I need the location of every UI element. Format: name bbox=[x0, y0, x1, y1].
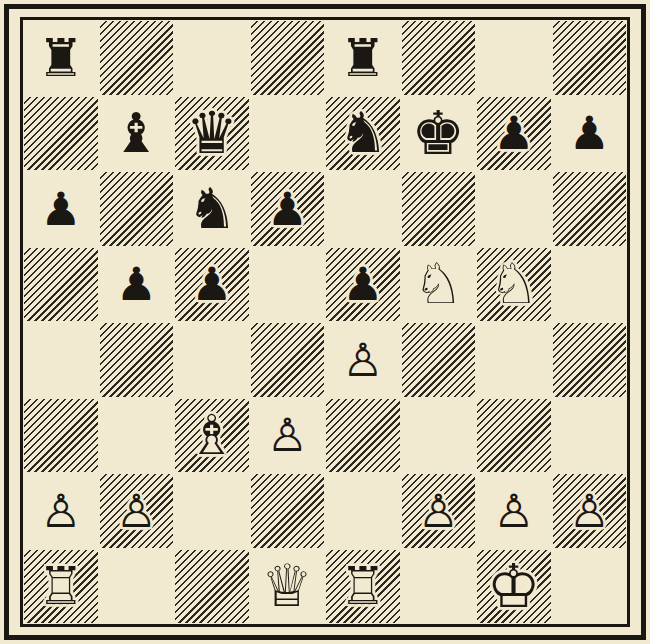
piece-black-pawn-e5: ♟ bbox=[325, 247, 401, 323]
square-d8 bbox=[250, 20, 326, 96]
square-g5: ♞♘ bbox=[476, 247, 552, 323]
piece-black-rook-a8: ♜ bbox=[23, 20, 99, 96]
piece-black-pawn-a6: ♟ bbox=[23, 171, 99, 247]
square-g3 bbox=[476, 398, 552, 474]
square-h2: ♟♙ bbox=[552, 473, 628, 549]
square-e2 bbox=[325, 473, 401, 549]
piece-white-rook-e1: ♖ bbox=[325, 549, 401, 625]
square-c3: ♝♗ bbox=[174, 398, 250, 474]
piece-black-knight-c6: ♞ bbox=[174, 171, 250, 247]
piece-black-pawn-h7: ♟ bbox=[552, 96, 628, 172]
square-h1 bbox=[552, 549, 628, 625]
piece-white-king-g1: ♔ bbox=[476, 549, 552, 625]
square-h5 bbox=[552, 247, 628, 323]
square-d4 bbox=[250, 322, 326, 398]
piece-white-rook-a1: ♖ bbox=[23, 549, 99, 625]
piece-black-knight-e7: ♞ bbox=[325, 96, 401, 172]
square-c1 bbox=[174, 549, 250, 625]
square-b8 bbox=[99, 20, 175, 96]
square-a6: ♟ bbox=[23, 171, 99, 247]
square-d2 bbox=[250, 473, 326, 549]
square-a5 bbox=[23, 247, 99, 323]
piece-white-pawn-b2: ♙ bbox=[99, 473, 175, 549]
piece-white-pawn-e4: ♙ bbox=[325, 322, 401, 398]
square-e1: ♜♖ bbox=[325, 549, 401, 625]
piece-white-pawn-d3: ♙ bbox=[250, 398, 326, 474]
square-b2: ♟♙ bbox=[99, 473, 175, 549]
square-d7 bbox=[250, 96, 326, 172]
square-c2 bbox=[174, 473, 250, 549]
square-c4 bbox=[174, 322, 250, 398]
piece-white-pawn-f2: ♙ bbox=[401, 473, 477, 549]
square-e4: ♟♙ bbox=[325, 322, 401, 398]
piece-white-pawn-g2: ♙ bbox=[476, 473, 552, 549]
piece-white-knight-f5: ♘ bbox=[401, 247, 477, 323]
square-g6 bbox=[476, 171, 552, 247]
square-g4 bbox=[476, 322, 552, 398]
square-e5: ♟ bbox=[325, 247, 401, 323]
square-d6: ♟ bbox=[250, 171, 326, 247]
square-a3 bbox=[23, 398, 99, 474]
piece-white-pawn-h2: ♙ bbox=[552, 473, 628, 549]
piece-black-pawn-d6: ♟ bbox=[250, 171, 326, 247]
square-d1: ♛♕ bbox=[250, 549, 326, 625]
square-b1 bbox=[99, 549, 175, 625]
square-f1 bbox=[401, 549, 477, 625]
piece-black-pawn-b5: ♟ bbox=[99, 247, 175, 323]
square-f5: ♞♘ bbox=[401, 247, 477, 323]
square-g1: ♚♔ bbox=[476, 549, 552, 625]
square-c5: ♟ bbox=[174, 247, 250, 323]
square-c8 bbox=[174, 20, 250, 96]
piece-white-bishop-c3: ♗ bbox=[174, 398, 250, 474]
square-h6 bbox=[552, 171, 628, 247]
square-b6 bbox=[99, 171, 175, 247]
square-h4 bbox=[552, 322, 628, 398]
piece-black-rook-e8: ♜ bbox=[325, 20, 401, 96]
chess-board: ♜♜♝♛♞♚♟♟♟♞♟♟♟♟♞♘♞♘♟♙♝♗♟♙♟♙♟♙♟♙♟♙♟♙♜♖♛♕♜♖… bbox=[20, 17, 630, 627]
piece-black-king-f7: ♚ bbox=[401, 96, 477, 172]
piece-black-pawn-g7: ♟ bbox=[476, 96, 552, 172]
chess-diagram-page: ♜♜♝♛♞♚♟♟♟♞♟♟♟♟♞♘♞♘♟♙♝♗♟♙♟♙♟♙♟♙♟♙♟♙♜♖♛♕♜♖… bbox=[0, 0, 650, 644]
square-g8 bbox=[476, 20, 552, 96]
square-f4 bbox=[401, 322, 477, 398]
square-h7: ♟ bbox=[552, 96, 628, 172]
square-a2: ♟♙ bbox=[23, 473, 99, 549]
square-b3 bbox=[99, 398, 175, 474]
square-a4 bbox=[23, 322, 99, 398]
square-g2: ♟♙ bbox=[476, 473, 552, 549]
square-d3: ♟♙ bbox=[250, 398, 326, 474]
square-b4 bbox=[99, 322, 175, 398]
piece-white-pawn-a2: ♙ bbox=[23, 473, 99, 549]
piece-black-pawn-c5: ♟ bbox=[174, 247, 250, 323]
square-b5: ♟ bbox=[99, 247, 175, 323]
square-d5 bbox=[250, 247, 326, 323]
square-e3 bbox=[325, 398, 401, 474]
square-b7: ♝ bbox=[99, 96, 175, 172]
square-g7: ♟ bbox=[476, 96, 552, 172]
square-e6 bbox=[325, 171, 401, 247]
square-f7: ♚ bbox=[401, 96, 477, 172]
piece-white-knight-g5: ♘ bbox=[476, 247, 552, 323]
square-a7 bbox=[23, 96, 99, 172]
square-a1: ♜♖ bbox=[23, 549, 99, 625]
square-h8 bbox=[552, 20, 628, 96]
square-c6: ♞ bbox=[174, 171, 250, 247]
square-f2: ♟♙ bbox=[401, 473, 477, 549]
square-e7: ♞ bbox=[325, 96, 401, 172]
square-h3 bbox=[552, 398, 628, 474]
square-c7: ♛ bbox=[174, 96, 250, 172]
square-a8: ♜ bbox=[23, 20, 99, 96]
piece-black-queen-c7: ♛ bbox=[174, 96, 250, 172]
piece-white-queen-d1: ♕ bbox=[250, 549, 326, 625]
square-f8 bbox=[401, 20, 477, 96]
piece-black-bishop-b7: ♝ bbox=[99, 96, 175, 172]
square-f6 bbox=[401, 171, 477, 247]
square-f3 bbox=[401, 398, 477, 474]
square-e8: ♜ bbox=[325, 20, 401, 96]
